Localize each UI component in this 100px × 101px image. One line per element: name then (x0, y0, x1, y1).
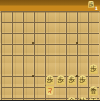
shogi-app-screen: 歩 1 歩歩歩歩歩と香金桂玉 (0, 0, 100, 100)
captured-piece-slot[interactable]: 歩 1 (87, 0, 97, 11)
shogi-piece-normal[interactable]: 歩 (45, 75, 54, 85)
opponent-hand-bar: 歩 1 (0, 0, 100, 11)
shogi-board[interactable]: 歩歩歩歩歩と香金桂玉 (0, 11, 100, 101)
captured-piece-icon[interactable]: 歩 (88, 1, 95, 8)
captured-piece-kanji: 歩 (89, 2, 94, 7)
shogi-piece-normal[interactable]: 歩 (89, 64, 98, 74)
shogi-piece-normal[interactable]: 歩 (56, 75, 65, 85)
shogi-piece-normal[interactable]: 香 (89, 86, 98, 96)
shogi-piece-normal[interactable]: 歩 (67, 75, 76, 85)
captured-piece-count: 1 (95, 7, 98, 12)
star-point (76, 75, 78, 77)
shogi-piece-normal[interactable]: 歩 (78, 75, 87, 85)
